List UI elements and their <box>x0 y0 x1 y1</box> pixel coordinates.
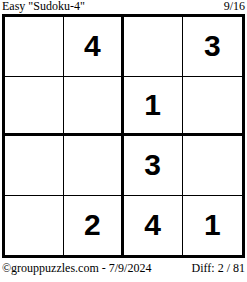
cell-r1c1[interactable] <box>5 17 64 77</box>
page-header: Easy "Sudoku-4" 9/16 <box>2 0 245 14</box>
cell-r4c2[interactable]: 2 <box>64 196 123 256</box>
cell-r3c2[interactable] <box>64 136 123 196</box>
cell-r1c3[interactable] <box>124 17 183 77</box>
page-footer: ©grouppuzzles.com - 7/9/2024 Diff: 2 / 8… <box>2 261 245 275</box>
cell-r2c4[interactable] <box>183 77 242 137</box>
copyright-text: ©grouppuzzles.com - 7/9/2024 <box>2 261 151 275</box>
difficulty-text: Diff: 2 / 81 <box>192 261 245 275</box>
cell-r1c4[interactable]: 3 <box>183 17 242 77</box>
cell-r4c1[interactable] <box>5 196 64 256</box>
cell-r2c1[interactable] <box>5 77 64 137</box>
cell-r3c4[interactable] <box>183 136 242 196</box>
progress-count: 9/16 <box>224 0 245 13</box>
sudoku-grid: 4 3 1 3 2 4 1 <box>2 14 245 258</box>
cell-r1c2[interactable]: 4 <box>64 17 123 77</box>
cell-r4c3[interactable]: 4 <box>124 196 183 256</box>
cell-r4c4[interactable]: 1 <box>183 196 242 256</box>
cell-r3c1[interactable] <box>5 136 64 196</box>
puzzle-title: Easy "Sudoku-4" <box>2 0 85 13</box>
cell-r2c3[interactable]: 1 <box>124 77 183 137</box>
cell-r3c3[interactable]: 3 <box>124 136 183 196</box>
cell-r2c2[interactable] <box>64 77 123 137</box>
